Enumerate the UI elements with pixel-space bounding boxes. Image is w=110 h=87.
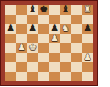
square-a7[interactable] xyxy=(5,15,16,25)
square-g3[interactable] xyxy=(71,53,82,63)
square-b2[interactable] xyxy=(16,62,27,72)
square-f3[interactable] xyxy=(60,53,71,63)
white-pawn: ♟ xyxy=(50,34,58,44)
square-h5[interactable] xyxy=(82,34,93,44)
square-g8[interactable] xyxy=(71,5,82,15)
white-pawn: ♟ xyxy=(83,53,91,63)
square-d2[interactable] xyxy=(38,62,49,72)
white-rook: ♜ xyxy=(83,5,91,15)
square-a3[interactable] xyxy=(5,53,16,63)
square-f2[interactable] xyxy=(60,62,71,72)
square-d8[interactable]: ♚ xyxy=(38,5,49,15)
square-c8[interactable]: ♝ xyxy=(27,5,38,15)
square-b1[interactable] xyxy=(16,72,27,82)
black-king: ♚ xyxy=(39,5,47,15)
square-d4[interactable] xyxy=(38,43,49,53)
square-b3[interactable] xyxy=(16,53,27,63)
square-d6[interactable] xyxy=(38,24,49,34)
square-h3[interactable]: ♟ xyxy=(82,53,93,63)
square-c7[interactable] xyxy=(27,15,38,25)
black-bishop: ♝ xyxy=(28,5,36,15)
black-pawn: ♟ xyxy=(83,24,91,34)
square-b7[interactable] xyxy=(16,15,27,25)
black-pawn: ♟ xyxy=(28,24,36,34)
black-pawn: ♟ xyxy=(6,24,14,34)
square-h7[interactable] xyxy=(82,15,93,25)
square-b4[interactable]: ♟ xyxy=(16,43,27,53)
square-b6[interactable] xyxy=(16,24,27,34)
board-grid: ♝♚♝♜♟♟♟♞♟♟♟♚♟ xyxy=(5,5,93,81)
square-c6[interactable]: ♟ xyxy=(27,24,38,34)
chess-board: ♝♚♝♜♟♟♟♞♟♟♟♚♟ xyxy=(1,1,97,85)
square-a6[interactable]: ♟ xyxy=(5,24,16,34)
square-c5[interactable] xyxy=(27,34,38,44)
square-c4[interactable]: ♚ xyxy=(27,43,38,53)
square-c1[interactable] xyxy=(27,72,38,82)
black-pawn: ♟ xyxy=(50,24,58,34)
square-g4[interactable] xyxy=(71,43,82,53)
square-a5[interactable] xyxy=(5,34,16,44)
white-knight: ♞ xyxy=(61,24,69,34)
square-d3[interactable] xyxy=(38,53,49,63)
square-g1[interactable] xyxy=(71,72,82,82)
square-e6[interactable]: ♟ xyxy=(49,24,60,34)
square-h8[interactable]: ♜ xyxy=(82,5,93,15)
square-h4[interactable] xyxy=(82,43,93,53)
square-a1[interactable] xyxy=(5,72,16,82)
square-c3[interactable] xyxy=(27,53,38,63)
square-f7[interactable] xyxy=(60,15,71,25)
square-h1[interactable] xyxy=(82,72,93,82)
square-h2[interactable] xyxy=(82,62,93,72)
square-f1[interactable] xyxy=(60,72,71,82)
square-h6[interactable]: ♟ xyxy=(82,24,93,34)
square-e7[interactable] xyxy=(49,15,60,25)
square-c2[interactable] xyxy=(27,62,38,72)
square-a4[interactable] xyxy=(5,43,16,53)
white-pawn: ♟ xyxy=(17,43,25,53)
square-e1[interactable] xyxy=(49,72,60,82)
square-d5[interactable] xyxy=(38,34,49,44)
square-f6[interactable]: ♞ xyxy=(60,24,71,34)
square-d1[interactable] xyxy=(38,72,49,82)
square-a2[interactable] xyxy=(5,62,16,72)
square-f5[interactable] xyxy=(60,34,71,44)
square-g2[interactable] xyxy=(71,62,82,72)
square-b8[interactable] xyxy=(16,5,27,15)
square-g6[interactable] xyxy=(71,24,82,34)
square-b5[interactable] xyxy=(16,34,27,44)
square-e5[interactable]: ♟ xyxy=(49,34,60,44)
white-king: ♚ xyxy=(28,43,36,53)
square-e8[interactable] xyxy=(49,5,60,15)
square-g7[interactable] xyxy=(71,15,82,25)
square-d7[interactable] xyxy=(38,15,49,25)
black-bishop: ♝ xyxy=(61,5,69,15)
square-a8[interactable] xyxy=(5,5,16,15)
square-f8[interactable]: ♝ xyxy=(60,5,71,15)
square-g5[interactable] xyxy=(71,34,82,44)
square-f4[interactable] xyxy=(60,43,71,53)
square-e3[interactable] xyxy=(49,53,60,63)
square-e2[interactable] xyxy=(49,62,60,72)
square-e4[interactable] xyxy=(49,43,60,53)
